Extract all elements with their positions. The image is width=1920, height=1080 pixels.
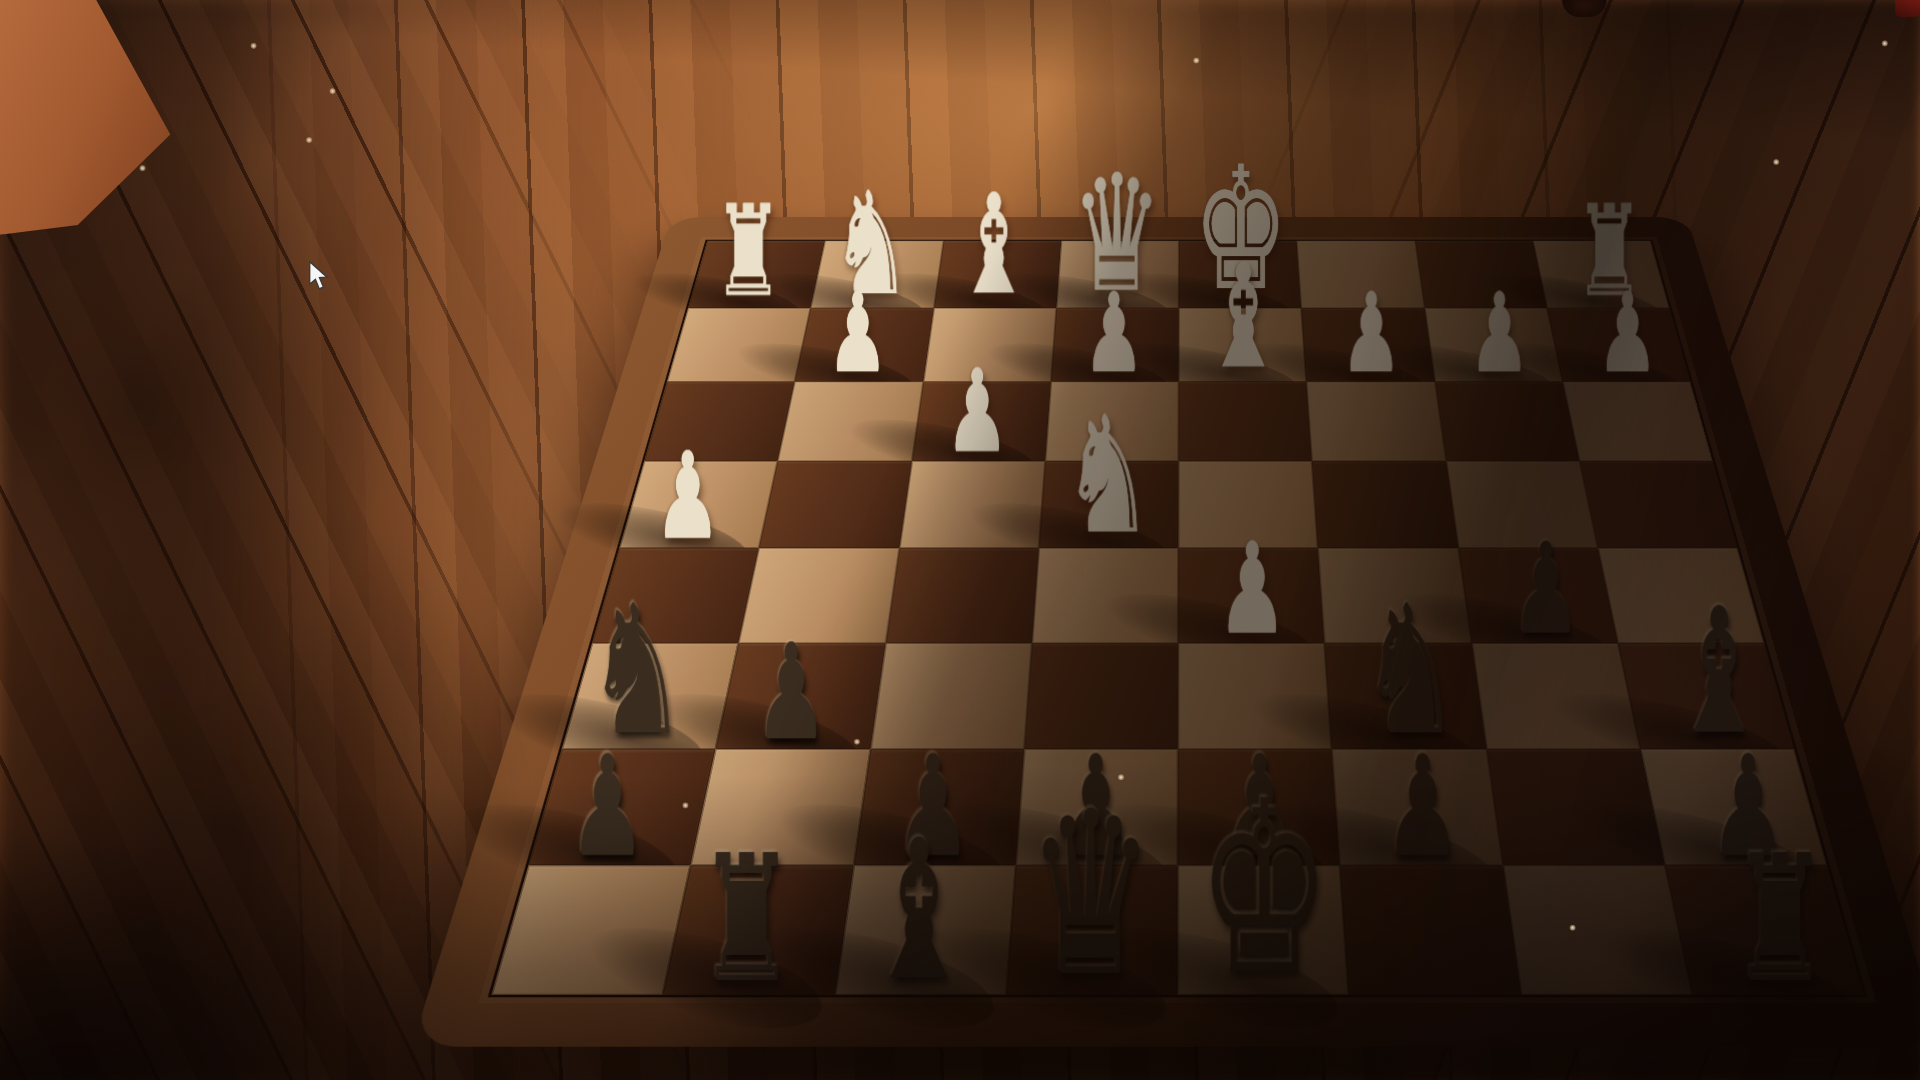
square-f3[interactable]	[1307, 381, 1446, 461]
piece-white-pawn-d2[interactable]: ♟	[1084, 278, 1146, 388]
piece-black-pawn-g5[interactable]: ♟	[1511, 526, 1582, 652]
square-g3[interactable]	[1434, 381, 1579, 461]
square-c5[interactable]	[885, 548, 1038, 643]
square-h3[interactable]	[1562, 381, 1712, 461]
square-b3[interactable]	[778, 381, 923, 461]
board-scene: ♜♞♝♛♚♜♟♟♝♟♟♟♟♟♞♟♟♞♟♞♝♟♟♟♟♟♟♜♝♛♚♜	[0, 0, 1920, 1080]
piece-black-rook-b8[interactable]: ♜	[697, 832, 795, 1007]
square-d8[interactable]: ♛	[1006, 865, 1178, 995]
square-b4[interactable]	[759, 461, 911, 548]
piece-white-pawn-f2[interactable]: ♟	[1340, 278, 1402, 388]
piece-black-pawn-b6[interactable]: ♟	[754, 626, 828, 759]
dust-speck	[250, 43, 256, 49]
piece-white-pawn-h2[interactable]: ♟	[1597, 278, 1659, 388]
piece-white-knight-d4[interactable]: ♞	[1063, 394, 1154, 556]
piece-white-bishop-c1[interactable]: ♝	[955, 176, 1032, 314]
square-d2[interactable]: ♟	[1051, 308, 1179, 381]
piece-white-pawn-e5[interactable]: ♟	[1216, 526, 1287, 652]
square-a4[interactable]: ♟	[619, 461, 777, 548]
square-g6[interactable]	[1471, 643, 1640, 748]
chess-board[interactable]: ♜♞♝♛♚♜♟♟♝♟♟♟♟♟♞♟♟♞♟♞♝♟♟♟♟♟♟♜♝♛♚♜	[412, 217, 1920, 1047]
piece-black-queen-d8[interactable]: ♛	[1028, 781, 1155, 1007]
square-b2[interactable]: ♟	[795, 308, 933, 381]
dust-speck	[1773, 159, 1779, 165]
square-f2[interactable]: ♟	[1302, 308, 1435, 381]
square-a8[interactable]	[491, 865, 690, 995]
dust-speck	[139, 165, 145, 171]
square-e8[interactable]: ♚	[1178, 865, 1350, 995]
piece-black-pawn-a7[interactable]: ♟	[568, 736, 646, 876]
square-a2[interactable]	[667, 308, 811, 381]
mouse-cursor	[308, 261, 329, 296]
piece-white-pawn-c3[interactable]: ♟	[945, 353, 1009, 468]
piece-white-bishop-e2[interactable]: ♝	[1203, 244, 1284, 388]
square-b8[interactable]: ♜	[663, 865, 853, 995]
square-c4[interactable]	[899, 461, 1045, 548]
square-d4[interactable]: ♞	[1039, 461, 1179, 548]
dust-speck	[1570, 925, 1576, 931]
square-g8[interactable]	[1502, 865, 1692, 995]
square-h2[interactable]: ♟	[1547, 308, 1690, 381]
square-g2[interactable]: ♟	[1424, 308, 1562, 381]
dust-speck	[329, 88, 335, 94]
dust-speck	[1193, 57, 1199, 63]
square-f7[interactable]: ♟	[1332, 749, 1502, 866]
square-f8[interactable]	[1340, 865, 1521, 995]
dust-speck	[306, 137, 312, 143]
square-a1[interactable]: ♜	[688, 241, 825, 308]
square-e2[interactable]: ♝	[1179, 308, 1307, 381]
square-c3[interactable]: ♟	[911, 381, 1050, 461]
square-h8[interactable]: ♜	[1665, 865, 1864, 995]
dust-speck	[682, 802, 688, 808]
piece-black-king-e8[interactable]: ♚	[1197, 769, 1331, 1007]
square-c1[interactable]: ♝	[933, 241, 1061, 308]
square-d5[interactable]	[1032, 548, 1179, 643]
piece-white-rook-a1[interactable]: ♜	[713, 189, 783, 314]
square-e5[interactable]: ♟	[1178, 548, 1325, 643]
square-e3[interactable]	[1179, 381, 1313, 461]
square-b6[interactable]: ♟	[716, 643, 885, 748]
chess-board-grid[interactable]: ♜♞♝♛♚♜♟♟♝♟♟♟♟♟♞♟♟♞♟♞♝♟♟♟♟♟♟♜♝♛♚♜	[491, 241, 1863, 995]
piece-white-pawn-g2[interactable]: ♟	[1469, 278, 1531, 388]
square-g5[interactable]: ♟	[1458, 548, 1618, 643]
piece-white-pawn-b2[interactable]: ♟	[827, 278, 889, 388]
square-g7[interactable]	[1486, 749, 1665, 866]
dust-speck	[1118, 774, 1124, 780]
square-f4[interactable]	[1312, 461, 1458, 548]
piece-black-rook-h8[interactable]: ♜	[1732, 832, 1830, 1007]
dust-speck	[854, 739, 860, 745]
red-furniture-corner	[1895, 0, 1920, 17]
dust-speck	[1882, 40, 1888, 46]
piece-white-pawn-a4[interactable]: ♟	[654, 436, 721, 556]
piece-black-bishop-c8[interactable]: ♝	[865, 814, 973, 1007]
square-c8[interactable]: ♝	[834, 865, 1015, 995]
square-h4[interactable]	[1579, 461, 1737, 548]
game-viewport: ♜♞♝♛♚♜♟♟♝♟♟♟♟♟♞♟♟♞♟♞♝♟♟♟♟♟♟♜♝♛♚♜	[0, 0, 1920, 1080]
piece-black-pawn-f7[interactable]: ♟	[1383, 736, 1461, 876]
